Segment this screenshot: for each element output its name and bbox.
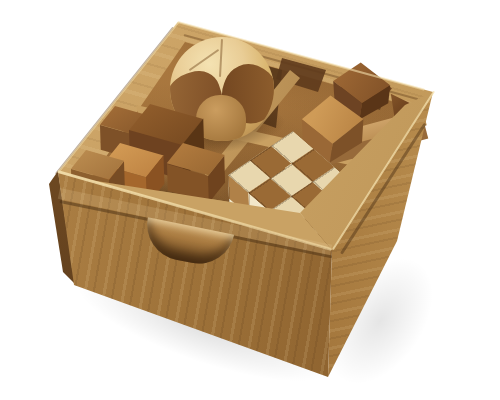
puzzle-box-photo [0,0,500,400]
